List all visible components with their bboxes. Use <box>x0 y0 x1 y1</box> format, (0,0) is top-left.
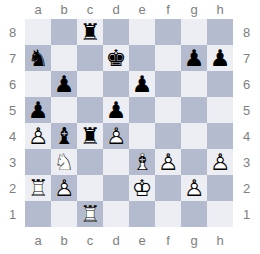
rank-label-2-right: 2 <box>233 175 260 201</box>
file-label-c-top: c <box>77 0 103 19</box>
black-pawn[interactable]: ♟ <box>103 97 129 123</box>
rank-label-7-left: 7 <box>0 45 25 71</box>
square-b6[interactable]: ♟ <box>51 71 77 97</box>
square-b3[interactable]: ♞♘ <box>51 149 77 175</box>
square-b8[interactable] <box>51 19 77 45</box>
rank-label-8-right: 8 <box>233 19 260 45</box>
file-label-g-top: g <box>181 0 207 19</box>
square-a7[interactable]: ♞ <box>25 45 51 71</box>
piece-glyph: ♝ <box>51 123 77 149</box>
square-g2[interactable]: ♟♙ <box>181 175 207 201</box>
piece-glyph: ♞ <box>25 45 51 71</box>
file-label-d-top: d <box>103 0 129 19</box>
square-e4[interactable] <box>129 123 155 149</box>
square-g8[interactable] <box>181 19 207 45</box>
square-c5[interactable] <box>77 97 103 123</box>
square-h1[interactable] <box>207 201 233 227</box>
square-d4[interactable]: ♟♙ <box>103 123 129 149</box>
black-rook[interactable]: ♜ <box>77 123 103 149</box>
file-label-a-bottom: a <box>25 227 51 254</box>
square-c2[interactable] <box>77 175 103 201</box>
square-c4[interactable]: ♜ <box>77 123 103 149</box>
corner-spacer <box>0 227 25 254</box>
square-d5[interactable]: ♟ <box>103 97 129 123</box>
black-king[interactable]: ♚ <box>103 45 129 71</box>
piece-glyph-outline: ♖ <box>77 201 103 227</box>
square-f8[interactable] <box>155 19 181 45</box>
rank-label-6-left: 6 <box>0 71 25 97</box>
piece-glyph: ♟ <box>129 71 155 97</box>
rank-label-3-left: 3 <box>0 149 25 175</box>
square-a4[interactable]: ♟♙ <box>25 123 51 149</box>
black-pawn[interactable]: ♟ <box>129 71 155 97</box>
piece-glyph: ♟ <box>51 71 77 97</box>
white-pawn[interactable]: ♟♙ <box>207 149 233 175</box>
square-h5[interactable] <box>207 97 233 123</box>
piece-glyph-outline: ♔ <box>129 175 155 201</box>
square-e1[interactable] <box>129 201 155 227</box>
square-b2[interactable]: ♟♙ <box>51 175 77 201</box>
rank-label-7-right: 7 <box>233 45 260 71</box>
square-g1[interactable] <box>181 201 207 227</box>
file-label-d-bottom: d <box>103 227 129 254</box>
piece-glyph-outline: ♙ <box>155 149 181 175</box>
square-g5[interactable] <box>181 97 207 123</box>
square-d2[interactable] <box>103 175 129 201</box>
file-label-f-bottom: f <box>155 227 181 254</box>
square-g4[interactable] <box>181 123 207 149</box>
square-e8[interactable] <box>129 19 155 45</box>
piece-glyph: ♟ <box>181 45 207 71</box>
square-a3[interactable] <box>25 149 51 175</box>
white-pawn[interactable]: ♟♙ <box>25 123 51 149</box>
square-f7[interactable] <box>155 45 181 71</box>
square-d3[interactable] <box>103 149 129 175</box>
black-pawn[interactable]: ♟ <box>51 71 77 97</box>
rank-label-4-right: 4 <box>233 123 260 149</box>
chess-diagram: abcdefgh8♜87♞♚♟♟76♟♟65♟♟54♟♙♝♜♟♙43♞♘♝♗♟♙… <box>0 0 260 254</box>
square-c6[interactable] <box>77 71 103 97</box>
rank-label-3-right: 3 <box>233 149 260 175</box>
rank-label-4-left: 4 <box>0 123 25 149</box>
rank-label-1-right: 1 <box>233 201 260 227</box>
square-f3[interactable]: ♟♙ <box>155 149 181 175</box>
white-pawn[interactable]: ♟♙ <box>103 123 129 149</box>
rank-label-5-left: 5 <box>0 97 25 123</box>
piece-glyph: ♚ <box>103 45 129 71</box>
piece-glyph: ♟ <box>103 97 129 123</box>
square-b5[interactable] <box>51 97 77 123</box>
white-pawn[interactable]: ♟♙ <box>51 175 77 201</box>
file-label-h-bottom: h <box>207 227 233 254</box>
white-pawn[interactable]: ♟♙ <box>181 175 207 201</box>
square-b1[interactable] <box>51 201 77 227</box>
white-rook[interactable]: ♜♖ <box>77 201 103 227</box>
square-a5[interactable]: ♟ <box>25 97 51 123</box>
square-c7[interactable] <box>77 45 103 71</box>
piece-glyph-outline: ♗ <box>129 149 155 175</box>
square-d1[interactable] <box>103 201 129 227</box>
white-pawn[interactable]: ♟♙ <box>155 149 181 175</box>
piece-glyph-outline: ♙ <box>103 123 129 149</box>
piece-glyph: ♜ <box>77 123 103 149</box>
rank-label-8-left: 8 <box>0 19 25 45</box>
square-e6[interactable]: ♟ <box>129 71 155 97</box>
square-g7[interactable]: ♟ <box>181 45 207 71</box>
rank-label-1-left: 1 <box>0 201 25 227</box>
rank-label-5-right: 5 <box>233 97 260 123</box>
file-label-h-top: h <box>207 0 233 19</box>
square-e3[interactable]: ♝♗ <box>129 149 155 175</box>
piece-glyph-outline: ♙ <box>51 175 77 201</box>
square-f5[interactable] <box>155 97 181 123</box>
square-a1[interactable] <box>25 201 51 227</box>
rank-label-6-right: 6 <box>233 71 260 97</box>
square-a8[interactable] <box>25 19 51 45</box>
file-label-b-top: b <box>51 0 77 19</box>
piece-glyph: ♟ <box>207 45 233 71</box>
square-f1[interactable] <box>155 201 181 227</box>
square-c1[interactable]: ♜♖ <box>77 201 103 227</box>
piece-glyph-outline: ♙ <box>207 149 233 175</box>
square-g6[interactable] <box>181 71 207 97</box>
square-h2[interactable] <box>207 175 233 201</box>
file-label-a-top: a <box>25 0 51 19</box>
file-label-c-bottom: c <box>77 227 103 254</box>
file-label-g-bottom: g <box>181 227 207 254</box>
white-bishop[interactable]: ♝♗ <box>129 149 155 175</box>
black-pawn[interactable]: ♟ <box>207 45 233 71</box>
square-h4[interactable] <box>207 123 233 149</box>
square-e7[interactable] <box>129 45 155 71</box>
piece-glyph-outline: ♙ <box>25 123 51 149</box>
white-king[interactable]: ♚♔ <box>129 175 155 201</box>
chess-board: abcdefgh8♜87♞♚♟♟76♟♟65♟♟54♟♙♝♜♟♙43♞♘♝♗♟♙… <box>0 0 260 254</box>
black-pawn[interactable]: ♟ <box>25 97 51 123</box>
square-d7[interactable]: ♚ <box>103 45 129 71</box>
square-e5[interactable] <box>129 97 155 123</box>
square-f6[interactable] <box>155 71 181 97</box>
file-label-e-top: e <box>129 0 155 19</box>
square-c3[interactable] <box>77 149 103 175</box>
square-d8[interactable] <box>103 19 129 45</box>
rank-label-2-left: 2 <box>0 175 25 201</box>
file-label-e-bottom: e <box>129 227 155 254</box>
square-f4[interactable] <box>155 123 181 149</box>
corner-spacer <box>0 0 25 19</box>
black-knight[interactable]: ♞ <box>25 45 51 71</box>
square-b4[interactable]: ♝ <box>51 123 77 149</box>
square-b7[interactable] <box>51 45 77 71</box>
square-h7[interactable]: ♟ <box>207 45 233 71</box>
piece-glyph-outline: ♘ <box>51 149 77 175</box>
white-knight[interactable]: ♞♘ <box>51 149 77 175</box>
piece-glyph-outline: ♖ <box>25 175 51 201</box>
square-a2[interactable]: ♜♖ <box>25 175 51 201</box>
black-rook[interactable]: ♜ <box>77 19 103 45</box>
square-g3[interactable] <box>181 149 207 175</box>
square-d6[interactable] <box>103 71 129 97</box>
piece-glyph-outline: ♙ <box>181 175 207 201</box>
black-bishop[interactable]: ♝ <box>51 123 77 149</box>
square-h6[interactable] <box>207 71 233 97</box>
square-f2[interactable] <box>155 175 181 201</box>
square-a6[interactable] <box>25 71 51 97</box>
square-c8[interactable]: ♜ <box>77 19 103 45</box>
black-pawn[interactable]: ♟ <box>181 45 207 71</box>
piece-glyph: ♟ <box>25 97 51 123</box>
file-label-f-top: f <box>155 0 181 19</box>
file-label-b-bottom: b <box>51 227 77 254</box>
corner-spacer <box>233 0 260 19</box>
square-h3[interactable]: ♟♙ <box>207 149 233 175</box>
square-e2[interactable]: ♚♔ <box>129 175 155 201</box>
white-rook[interactable]: ♜♖ <box>25 175 51 201</box>
square-h8[interactable] <box>207 19 233 45</box>
corner-spacer <box>233 227 260 254</box>
piece-glyph: ♜ <box>77 19 103 45</box>
